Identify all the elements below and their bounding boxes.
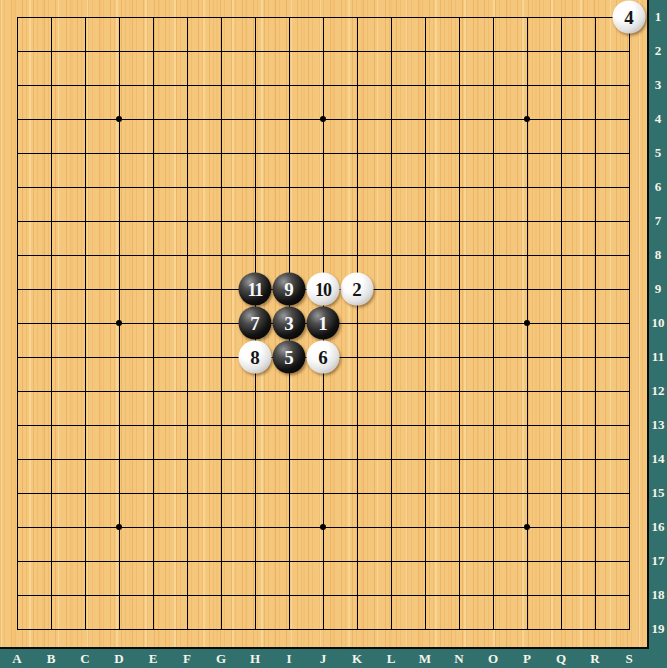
hoshi-point-P16	[524, 524, 530, 530]
move-number: 7	[250, 314, 260, 333]
row-label-14: 14	[649, 451, 667, 467]
row-label-15: 15	[649, 485, 667, 501]
move-number: 10	[315, 280, 331, 298]
hoshi-point-D16	[116, 524, 122, 530]
row-label-11: 11	[649, 349, 667, 365]
col-label-J: J	[312, 651, 334, 667]
stone-white-J11[interactable]: 6	[307, 341, 340, 374]
col-label-N: N	[448, 651, 470, 667]
row-labels: 12345678910111213141516171819	[649, 0, 667, 668]
move-number: 2	[352, 280, 362, 299]
row-label-10: 10	[649, 315, 667, 331]
stone-white-S1[interactable]: 4	[613, 1, 646, 34]
move-number: 4	[624, 8, 634, 27]
move-number: 5	[284, 348, 294, 367]
stone-black-H10[interactable]: 7	[239, 307, 272, 340]
column-labels: ABCDEFGHIJKLMNOPQRS	[0, 649, 667, 668]
col-label-R: R	[584, 651, 606, 667]
col-label-P: P	[516, 651, 538, 667]
col-label-S: S	[618, 651, 640, 667]
move-number: 11	[247, 280, 262, 298]
hoshi-point-J4	[320, 116, 326, 122]
col-label-B: B	[40, 651, 62, 667]
go-board[interactable]: 1234567891011	[0, 0, 649, 649]
row-label-2: 2	[649, 43, 667, 59]
col-label-I: I	[278, 651, 300, 667]
col-label-Q: Q	[550, 651, 572, 667]
stone-white-H11[interactable]: 8	[239, 341, 272, 374]
row-label-12: 12	[649, 383, 667, 399]
stone-black-I10[interactable]: 3	[273, 307, 306, 340]
row-label-17: 17	[649, 553, 667, 569]
row-label-9: 9	[649, 281, 667, 297]
stone-black-I11[interactable]: 5	[273, 341, 306, 374]
col-label-A: A	[6, 651, 28, 667]
row-label-18: 18	[649, 587, 667, 603]
stone-white-K9[interactable]: 2	[341, 273, 374, 306]
col-label-O: O	[482, 651, 504, 667]
col-label-L: L	[380, 651, 402, 667]
col-label-C: C	[74, 651, 96, 667]
row-label-19: 19	[649, 621, 667, 637]
go-board-viewport: 1234567891011 12345678910111213141516171…	[0, 0, 667, 668]
col-label-D: D	[108, 651, 130, 667]
col-label-M: M	[414, 651, 436, 667]
hoshi-point-P10	[524, 320, 530, 326]
hoshi-point-D4	[116, 116, 122, 122]
col-label-E: E	[142, 651, 164, 667]
col-label-G: G	[210, 651, 232, 667]
stone-black-J10[interactable]: 1	[307, 307, 340, 340]
row-label-16: 16	[649, 519, 667, 535]
row-label-8: 8	[649, 247, 667, 263]
hoshi-point-P4	[524, 116, 530, 122]
move-number: 6	[318, 348, 328, 367]
hoshi-point-D10	[116, 320, 122, 326]
stone-black-I9[interactable]: 9	[273, 273, 306, 306]
stone-black-H9[interactable]: 11	[239, 273, 272, 306]
col-label-K: K	[346, 651, 368, 667]
row-label-13: 13	[649, 417, 667, 433]
col-label-H: H	[244, 651, 266, 667]
move-number: 8	[250, 348, 260, 367]
stone-white-J9[interactable]: 10	[307, 273, 340, 306]
row-label-3: 3	[649, 77, 667, 93]
row-label-4: 4	[649, 111, 667, 127]
row-label-6: 6	[649, 179, 667, 195]
row-label-7: 7	[649, 213, 667, 229]
move-number: 9	[284, 280, 294, 299]
col-label-F: F	[176, 651, 198, 667]
row-label-5: 5	[649, 145, 667, 161]
move-number: 3	[284, 314, 294, 333]
move-number: 1	[318, 314, 328, 333]
row-label-1: 1	[649, 9, 667, 25]
hoshi-point-J16	[320, 524, 326, 530]
